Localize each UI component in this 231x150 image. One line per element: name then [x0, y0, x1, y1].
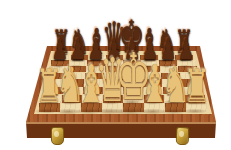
brass-latch-left-icon	[51, 127, 64, 145]
rook-icon: ♜	[184, 64, 211, 110]
piece-white-rook-h1[interactable]: ♜	[184, 80, 211, 110]
brass-latch-right-icon	[176, 127, 190, 145]
chess-set-photo: ♜♞♝♛♚♝♞♜♟♟♟♟♟♟♟♟♟♟♟♟♟♟♟♟♜♞♝♛♚♝♞♜	[0, 0, 231, 150]
